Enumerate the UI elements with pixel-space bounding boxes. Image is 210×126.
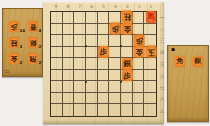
board-cell[interactable]: [109, 47, 121, 59]
board-cell[interactable]: [98, 12, 110, 24]
board-cell[interactable]: [133, 70, 145, 82]
gote-hand-piece-銀[interactable]: 銀: [28, 37, 38, 48]
board-cell[interactable]: [86, 24, 98, 36]
rank-label-8: 八: [160, 97, 165, 102]
board-cell[interactable]: [74, 24, 86, 36]
board-cell[interactable]: [144, 58, 156, 70]
board-cell[interactable]: [74, 58, 86, 70]
board-cell[interactable]: [63, 81, 75, 93]
gote-hand-piece-香[interactable]: 香: [28, 21, 38, 32]
board-cell[interactable]: [63, 93, 75, 105]
gote-indicator-icon: ☖: [5, 70, 9, 75]
board-cell[interactable]: [86, 58, 98, 70]
board-cell[interactable]: [63, 12, 75, 24]
board-cell[interactable]: [63, 35, 75, 47]
board-cell[interactable]: [98, 24, 110, 36]
board-cell[interactable]: [133, 81, 145, 93]
board-cell[interactable]: [109, 81, 121, 93]
board-cell[interactable]: [109, 104, 121, 116]
board-cell[interactable]: [74, 47, 86, 59]
piece-2d[interactable]: 金: [134, 46, 145, 58]
file-label-2: 2: [138, 3, 141, 10]
board-cell[interactable]: [63, 24, 75, 36]
board-cell[interactable]: [63, 47, 75, 59]
sente-komadai: ☗ 角銀: [167, 45, 209, 122]
board-cell[interactable]: [133, 12, 145, 24]
board-cell[interactable]: [51, 24, 63, 36]
board-cell[interactable]: [109, 58, 121, 70]
piece-2c[interactable]: 歩: [134, 35, 145, 47]
sente-hand-piece-銀[interactable]: 銀: [193, 56, 203, 67]
board-cell[interactable]: [133, 93, 145, 105]
file-label-4: 4: [114, 3, 117, 10]
rank-label-1: 一: [160, 14, 165, 19]
board-cell[interactable]: [144, 93, 156, 105]
board-cell[interactable]: [74, 93, 86, 105]
file-label-9: 9: [55, 3, 58, 10]
piece-1d[interactable]: 玉: [146, 46, 157, 58]
board-cell[interactable]: [144, 24, 156, 36]
board-cell[interactable]: [74, 81, 86, 93]
board-cell[interactable]: [74, 70, 86, 82]
board-cell[interactable]: [121, 104, 133, 116]
board-cell[interactable]: [51, 104, 63, 116]
gote-hand-piece-桂[interactable]: 桂: [9, 37, 19, 48]
piece-3b[interactable]: 金: [122, 23, 133, 35]
board-cell[interactable]: [86, 47, 98, 59]
board-cell[interactable]: [63, 104, 75, 116]
board-cell[interactable]: [144, 104, 156, 116]
piece-3e[interactable]: 銀: [122, 58, 133, 70]
piece-5d[interactable]: 歩: [98, 46, 109, 58]
board-cell[interactable]: [121, 35, 133, 47]
rank-label-5: 五: [160, 62, 165, 67]
board-cell[interactable]: [144, 70, 156, 82]
board-cell[interactable]: [51, 58, 63, 70]
board-cell[interactable]: [144, 81, 156, 93]
rank-label-4: 四: [160, 50, 165, 55]
board-cell[interactable]: [133, 24, 145, 36]
board-cell[interactable]: [74, 12, 86, 24]
file-label-8: 8: [66, 3, 69, 10]
file-label-5: 5: [102, 3, 105, 10]
board-cell[interactable]: [98, 35, 110, 47]
piece-4b[interactable]: 歩: [110, 23, 121, 35]
board-cell[interactable]: [74, 104, 86, 116]
board-grid: [50, 11, 157, 117]
board-cell[interactable]: [51, 12, 63, 24]
rank-label-7: 七: [160, 85, 165, 90]
gote-hand-count-金: 2: [20, 61, 23, 65]
piece-3f[interactable]: 歩: [122, 70, 133, 82]
gote-hand-piece-金[interactable]: 金: [9, 53, 19, 64]
gote-hand-count-歩: 14: [20, 29, 26, 33]
piece-3a[interactable]: 桂: [122, 11, 133, 23]
file-label-6: 6: [90, 3, 93, 10]
board-cell[interactable]: [109, 93, 121, 105]
piece-1a[interactable]: 馬: [146, 11, 157, 23]
rank-label-6: 六: [160, 73, 165, 78]
star-point: [85, 81, 87, 83]
sente-hand-piece-角[interactable]: 角: [175, 56, 185, 67]
gote-komadai: ☖ 歩14香4桂3銀2金2飛2: [2, 8, 43, 77]
board-cell[interactable]: [98, 58, 110, 70]
rank-label-2: 二: [160, 26, 165, 31]
board-cell[interactable]: [109, 12, 121, 24]
board-cell[interactable]: [144, 35, 156, 47]
board-cell[interactable]: [86, 70, 98, 82]
board-cell[interactable]: [86, 35, 98, 47]
gote-hand-count-桂: 3: [20, 45, 23, 49]
shogi-app: ☖ 歩14香4桂3銀2金2飛2 987654321一二三四五六七八九 桂馬歩金歩…: [0, 0, 210, 126]
board-cell[interactable]: [121, 93, 133, 105]
file-label-7: 7: [78, 3, 81, 10]
board-cell[interactable]: [51, 35, 63, 47]
board-cell[interactable]: [86, 81, 98, 93]
file-label-1: 1: [150, 3, 153, 10]
board-cell[interactable]: [121, 81, 133, 93]
shogi-board: 987654321一二三四五六七八九 桂馬歩金歩歩金玉銀歩: [43, 2, 164, 124]
board-cell[interactable]: [86, 12, 98, 24]
board-cell[interactable]: [109, 35, 121, 47]
rank-label-3: 三: [160, 38, 165, 43]
board-cell[interactable]: [133, 104, 145, 116]
board-cell[interactable]: [98, 93, 110, 105]
board-cell[interactable]: [86, 104, 98, 116]
gote-hand-count-飛: 2: [39, 61, 42, 65]
file-label-3: 3: [126, 3, 129, 10]
rank-label-9: 九: [160, 109, 165, 114]
board-cell[interactable]: [51, 47, 63, 59]
board-cell[interactable]: [51, 93, 63, 105]
board-cell[interactable]: [121, 47, 133, 59]
board-cell[interactable]: [51, 70, 63, 82]
gote-hand-piece-飛[interactable]: 飛: [28, 53, 38, 64]
gote-hand-count-銀: 2: [39, 45, 42, 49]
board-cell[interactable]: [98, 70, 110, 82]
gote-hand-piece-歩[interactable]: 歩: [9, 21, 19, 32]
board-cell[interactable]: [98, 81, 110, 93]
board-cell[interactable]: [86, 93, 98, 105]
board-cell[interactable]: [98, 104, 110, 116]
sente-indicator-icon: ☗: [171, 48, 175, 53]
board-cell[interactable]: [63, 58, 75, 70]
board-cell[interactable]: [51, 81, 63, 93]
board-cell[interactable]: [133, 58, 145, 70]
board-cell[interactable]: [109, 70, 121, 82]
board-cell[interactable]: [63, 70, 75, 82]
gote-hand-count-香: 4: [39, 29, 42, 33]
